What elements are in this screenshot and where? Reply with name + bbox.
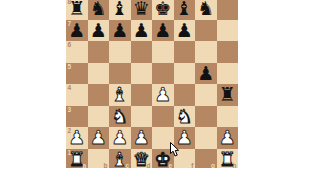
square-g7[interactable] [195, 20, 217, 42]
square-d5[interactable] [131, 63, 153, 85]
mouse-cursor [170, 142, 181, 158]
square-a8[interactable]: 8♜ [66, 0, 88, 20]
piece-white-rook-a1[interactable]: ♜ [66, 149, 88, 169]
rank-label-3: 3 [68, 107, 72, 114]
square-h8[interactable] [217, 0, 239, 20]
square-b2[interactable]: ♟ [88, 127, 110, 149]
piece-black-queen-d8[interactable]: ♛ [131, 0, 153, 20]
square-h4[interactable]: ♜ [217, 84, 239, 106]
square-e4[interactable]: ♟ [152, 84, 174, 106]
piece-black-pawn-f7[interactable]: ♟ [174, 20, 196, 42]
square-d2[interactable]: ♟ [131, 127, 153, 149]
square-g6[interactable] [195, 41, 217, 63]
square-c7[interactable]: ♟ [109, 20, 131, 42]
square-e6[interactable] [152, 41, 174, 63]
square-d7[interactable]: ♟ [131, 20, 153, 42]
piece-black-knight-b8[interactable]: ♞ [88, 0, 110, 20]
square-f8[interactable]: ♝ [174, 0, 196, 20]
square-a2[interactable]: 2♟ [66, 127, 88, 149]
rank-label-5: 5 [68, 64, 72, 71]
square-b4[interactable] [88, 84, 110, 106]
square-a4[interactable]: 4 [66, 84, 88, 106]
piece-white-pawn-c2[interactable]: ♟ [109, 127, 131, 149]
square-d8[interactable]: ♛ [131, 0, 153, 20]
square-e5[interactable] [152, 63, 174, 85]
square-b5[interactable] [88, 63, 110, 85]
square-c3[interactable]: ♞ [109, 106, 131, 128]
square-h2[interactable]: ♟ [217, 127, 239, 149]
square-c1[interactable]: c♝ [109, 149, 131, 169]
piece-black-rook-h4[interactable]: ♜ [217, 84, 239, 106]
square-g4[interactable] [195, 84, 217, 106]
square-g8[interactable]: ♞ [195, 0, 217, 20]
piece-white-rook-h1[interactable]: ♜ [217, 149, 239, 169]
square-h1[interactable]: h♜ [217, 149, 239, 169]
square-f5[interactable] [174, 63, 196, 85]
square-a7[interactable]: 7♟ [66, 20, 88, 42]
square-h5[interactable] [217, 63, 239, 85]
square-f4[interactable] [174, 84, 196, 106]
file-label-f: f [191, 163, 193, 169]
square-h7[interactable] [217, 20, 239, 42]
piece-black-bishop-c8[interactable]: ♝ [109, 0, 131, 20]
piece-white-knight-c3[interactable]: ♞ [109, 106, 131, 128]
square-b3[interactable] [88, 106, 110, 128]
piece-black-bishop-f8[interactable]: ♝ [174, 0, 196, 20]
square-g1[interactable]: g [195, 149, 217, 169]
rank-label-6: 6 [68, 42, 72, 49]
square-b8[interactable]: ♞ [88, 0, 110, 20]
piece-black-king-e8[interactable]: ♚ [152, 0, 174, 20]
square-c5[interactable] [109, 63, 131, 85]
square-d4[interactable] [131, 84, 153, 106]
square-e8[interactable]: ♚ [152, 0, 174, 20]
square-c4[interactable]: ♝ [109, 84, 131, 106]
piece-white-pawn-e4[interactable]: ♟ [152, 84, 174, 106]
piece-white-queen-d1[interactable]: ♛ [131, 149, 153, 169]
file-label-g: g [211, 163, 215, 169]
piece-white-bishop-c1[interactable]: ♝ [109, 149, 131, 169]
piece-black-knight-g8[interactable]: ♞ [195, 0, 217, 20]
piece-white-knight-f3[interactable]: ♞ [174, 106, 196, 128]
piece-black-rook-a8[interactable]: ♜ [66, 0, 88, 20]
square-b7[interactable]: ♟ [88, 20, 110, 42]
square-c8[interactable]: ♝ [109, 0, 131, 20]
square-c2[interactable]: ♟ [109, 127, 131, 149]
square-g3[interactable] [195, 106, 217, 128]
file-label-b: b [104, 163, 108, 169]
square-d6[interactable] [131, 41, 153, 63]
square-a1[interactable]: 1a♜ [66, 149, 88, 169]
piece-white-bishop-c4[interactable]: ♝ [109, 84, 131, 106]
square-h6[interactable] [217, 41, 239, 63]
piece-black-pawn-e7[interactable]: ♟ [152, 20, 174, 42]
piece-black-pawn-c7[interactable]: ♟ [109, 20, 131, 42]
piece-white-pawn-b2[interactable]: ♟ [88, 127, 110, 149]
piece-white-pawn-h2[interactable]: ♟ [217, 127, 239, 149]
square-d3[interactable] [131, 106, 153, 128]
square-b6[interactable] [88, 41, 110, 63]
piece-black-pawn-b7[interactable]: ♟ [88, 20, 110, 42]
square-f6[interactable] [174, 41, 196, 63]
square-f7[interactable]: ♟ [174, 20, 196, 42]
square-g5[interactable]: ♟ [195, 63, 217, 85]
rank-label-4: 4 [68, 85, 72, 92]
piece-black-pawn-g5[interactable]: ♟ [195, 63, 217, 85]
square-a6[interactable]: 6 [66, 41, 88, 63]
square-g2[interactable] [195, 127, 217, 149]
square-c6[interactable] [109, 41, 131, 63]
piece-black-pawn-a7[interactable]: ♟ [66, 20, 88, 42]
square-e3[interactable] [152, 106, 174, 128]
piece-white-pawn-a2[interactable]: ♟ [66, 127, 88, 149]
square-a3[interactable]: 3 [66, 106, 88, 128]
piece-black-pawn-d7[interactable]: ♟ [131, 20, 153, 42]
square-d1[interactable]: d♛ [131, 149, 153, 169]
square-e7[interactable]: ♟ [152, 20, 174, 42]
piece-white-pawn-d2[interactable]: ♟ [131, 127, 153, 149]
square-a5[interactable]: 5 [66, 63, 88, 85]
square-f3[interactable]: ♞ [174, 106, 196, 128]
square-h3[interactable] [217, 106, 239, 128]
square-b1[interactable]: b [88, 149, 110, 169]
chess-board: 8♜♞♝♛♚♝♞7♟♟♟♟♟♟65♟4♝♟♜3♞♞2♟♟♟♟♟♟1a♜bc♝d♛… [66, 0, 238, 168]
